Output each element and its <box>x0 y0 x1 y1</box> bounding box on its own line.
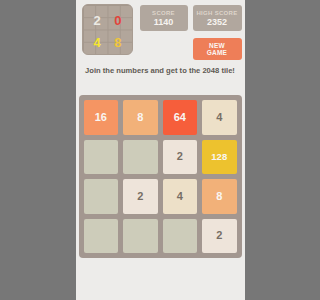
cell-empty <box>123 219 158 254</box>
tagline: Join the numbers and get to the 2048 til… <box>76 66 245 75</box>
high-score-value: 2352 <box>207 17 227 27</box>
app-screen: 2 0 4 8 SCORE 1140 HIGH SCORE 2352 NEW G… <box>76 0 245 300</box>
score-value: 1140 <box>154 17 174 27</box>
tile-2: 2 <box>202 219 237 254</box>
cell-empty <box>84 179 119 214</box>
cell-empty <box>163 219 198 254</box>
high-score-box: HIGH SCORE 2352 <box>193 5 242 31</box>
tile-4: 4 <box>202 100 237 135</box>
tile-2: 2 <box>163 140 198 175</box>
icon-digit-8: 8 <box>114 36 121 49</box>
score-box: SCORE 1140 <box>140 5 188 31</box>
icon-digit-4: 4 <box>94 36 101 49</box>
2048-app-icon: 2 0 4 8 <box>82 4 133 55</box>
high-score-label: HIGH SCORE <box>196 10 237 16</box>
tile-64: 64 <box>163 100 198 135</box>
tile-2: 2 <box>123 179 158 214</box>
icon-digit-0: 0 <box>114 14 121 27</box>
tile-8: 8 <box>202 179 237 214</box>
cell-empty <box>84 140 119 175</box>
tile-4: 4 <box>163 179 198 214</box>
tile-8: 8 <box>123 100 158 135</box>
game-board[interactable]: 16864421282482 <box>79 95 242 258</box>
tile-16: 16 <box>84 100 119 135</box>
cell-empty <box>123 140 158 175</box>
cell-empty <box>84 219 119 254</box>
new-game-button[interactable]: NEW GAME <box>193 38 242 60</box>
icon-digit-2: 2 <box>94 14 101 27</box>
tile-128: 128 <box>202 140 237 175</box>
score-label: SCORE <box>152 10 175 16</box>
